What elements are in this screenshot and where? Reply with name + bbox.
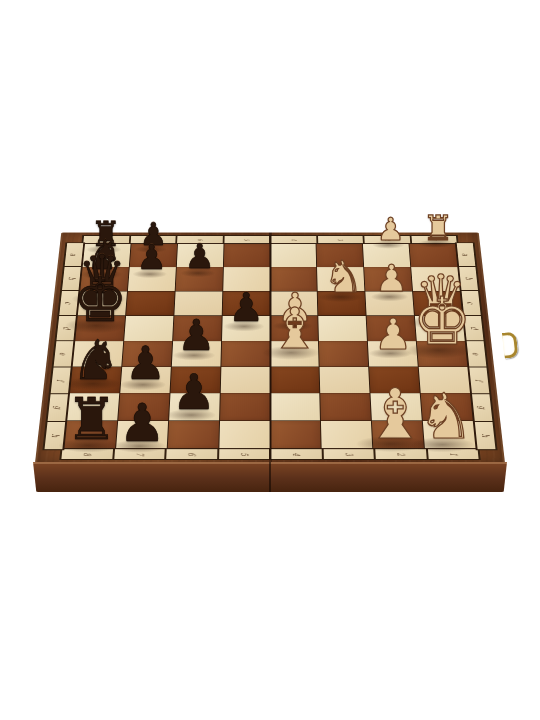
coord-label-right-d: d [464, 315, 484, 340]
coord-label-right-b: b [459, 266, 478, 290]
square-f6[interactable] [170, 367, 220, 393]
square-a5[interactable] [224, 244, 270, 267]
square-b1[interactable] [411, 267, 459, 290]
square-c8[interactable] [78, 291, 127, 315]
square-c2[interactable] [366, 291, 414, 315]
board-front-edge [33, 462, 507, 492]
square-g4[interactable] [270, 393, 320, 420]
square-c5[interactable] [222, 291, 269, 315]
coord-label-right-e: e [467, 340, 487, 366]
coord-label-far-2: 2 [363, 236, 410, 244]
square-g2[interactable] [371, 393, 422, 420]
coord-label-far-4: 4 [269, 236, 316, 244]
square-c3[interactable] [318, 291, 366, 315]
square-g6[interactable] [169, 393, 220, 420]
coord-label-far-6: 6 [175, 236, 222, 244]
coord-label-near-6: 6 [164, 449, 217, 458]
square-a4[interactable] [270, 244, 316, 267]
square-e6[interactable] [172, 341, 221, 366]
coord-label-right-f: f [469, 367, 489, 394]
square-e5[interactable] [221, 341, 269, 366]
square-h8[interactable] [64, 421, 117, 449]
coord-label-far-8: 8 [83, 236, 129, 244]
square-f4[interactable] [270, 367, 319, 393]
square-a2[interactable] [363, 244, 410, 267]
hinge-clasp-icon [502, 329, 520, 356]
square-b4[interactable] [270, 267, 317, 290]
square-c6[interactable] [174, 291, 222, 315]
square-d5[interactable] [222, 316, 270, 341]
square-h3[interactable] [321, 421, 372, 449]
coord-label-near-2: 2 [373, 449, 426, 458]
square-h6[interactable] [167, 421, 218, 449]
square-a3[interactable] [317, 244, 364, 267]
square-g8[interactable] [67, 393, 119, 420]
square-f8[interactable] [70, 367, 121, 393]
coord-label-near-8: 8 [61, 449, 112, 458]
board-fold-seam [269, 232, 272, 463]
square-b7[interactable] [128, 267, 176, 290]
coord-label-right-a: a [457, 243, 476, 266]
square-f1[interactable] [419, 367, 470, 393]
square-e4[interactable] [270, 341, 318, 366]
square-e7[interactable] [122, 341, 172, 366]
square-b3[interactable] [317, 267, 364, 290]
coord-label-far-5: 5 [222, 236, 269, 244]
square-g3[interactable] [321, 393, 372, 420]
square-d3[interactable] [319, 316, 367, 341]
square-d4[interactable] [270, 316, 318, 341]
coord-label-right-h: h [475, 421, 496, 449]
square-b2[interactable] [364, 267, 412, 290]
product-photo-canvas: 87654321 87654321 abcdefgh abcdefgh ♜♟♟♜… [0, 0, 540, 720]
square-d8[interactable] [75, 316, 125, 341]
coord-label-near-7: 7 [112, 449, 165, 458]
square-d7[interactable] [124, 316, 173, 341]
square-d1[interactable] [415, 316, 465, 341]
square-f2[interactable] [369, 367, 419, 393]
square-b6[interactable] [175, 267, 222, 290]
coord-label-right-c: c [461, 290, 480, 315]
coord-label-near-4: 4 [269, 449, 321, 458]
square-g5[interactable] [220, 393, 270, 420]
square-a7[interactable] [130, 244, 177, 267]
chess-board: 87654321 87654321 abcdefgh abcdefgh [35, 232, 505, 463]
coord-label-far-7: 7 [128, 236, 175, 244]
square-a8[interactable] [83, 244, 131, 267]
square-f3[interactable] [320, 367, 370, 393]
square-f5[interactable] [220, 367, 269, 393]
coord-label-far-3: 3 [316, 236, 363, 244]
square-e8[interactable] [73, 341, 123, 366]
square-e1[interactable] [417, 341, 467, 366]
square-h5[interactable] [219, 421, 270, 449]
square-c4[interactable] [270, 291, 317, 315]
square-c1[interactable] [413, 291, 462, 315]
coord-label-right-g: g [472, 393, 492, 421]
square-d6[interactable] [173, 316, 221, 341]
square-f7[interactable] [120, 367, 170, 393]
coord-label-near-3: 3 [321, 449, 374, 458]
square-d2[interactable] [367, 316, 416, 341]
square-b8[interactable] [80, 267, 128, 290]
square-e3[interactable] [319, 341, 368, 366]
square-g1[interactable] [421, 393, 473, 420]
square-a1[interactable] [410, 244, 458, 267]
coord-label-near-1: 1 [425, 449, 478, 458]
coord-label-near-5: 5 [217, 449, 269, 458]
square-h4[interactable] [270, 421, 321, 449]
coord-label-far-1: 1 [409, 236, 456, 244]
square-g7[interactable] [118, 393, 169, 420]
square-a6[interactable] [177, 244, 224, 267]
square-c7[interactable] [126, 291, 174, 315]
square-b5[interactable] [223, 267, 270, 290]
square-h1[interactable] [423, 421, 476, 449]
square-h7[interactable] [116, 421, 168, 449]
square-e2[interactable] [368, 341, 418, 366]
square-h2[interactable] [372, 421, 424, 449]
